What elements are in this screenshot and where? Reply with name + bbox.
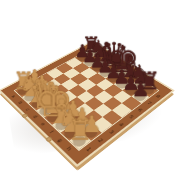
piece-black-pawn[interactable]: ♟ [118, 79, 163, 99]
chess-set-photo: ♜♞♝♛♚♝♞♜♟♟♟♟♟♟♟♟♟♟♟♟♟♟♟♟♜♞♝♛♚♝♞♜ abcdefg… [0, 0, 175, 175]
perspective-wrapper: ♜♞♝♛♚♝♞♜♟♟♟♟♟♟♟♟♟♟♟♟♟♟♟♟♜♞♝♛♚♝♞♜ abcdefg… [0, 0, 175, 175]
chess-board: ♜♞♝♛♚♝♞♜♟♟♟♟♟♟♟♟♟♟♟♟♟♟♟♟♜♞♝♛♚♝♞♜ abcdefg… [0, 40, 175, 167]
piece-white-rook[interactable]: ♜ [54, 116, 106, 144]
brass-clasp [21, 113, 29, 119]
squares: ♜♞♝♛♚♝♞♜♟♟♟♟♟♟♟♟♟♟♟♟♟♟♟♟♜♞♝♛♚♝♞♜ [14, 48, 160, 151]
brass-clasp [45, 136, 53, 143]
